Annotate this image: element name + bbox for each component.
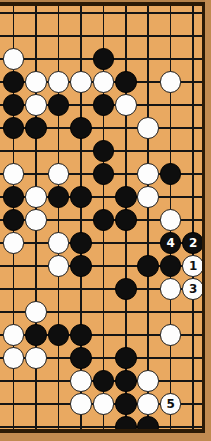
stone-white: [3, 324, 25, 346]
stone-black: [115, 186, 137, 208]
stone-black: [115, 393, 137, 415]
stone-black: [3, 209, 25, 231]
stone-black: [93, 209, 115, 231]
stone-black: [93, 48, 115, 70]
stone-white: [137, 370, 159, 392]
stone-black: [48, 94, 70, 116]
stone-white: [137, 393, 159, 415]
board-edge-bottom-wood: [0, 433, 205, 441]
stone-black: [115, 347, 137, 369]
stone-white: [70, 71, 92, 93]
stone-white: [3, 347, 25, 369]
stone-black: [115, 209, 137, 231]
stone-black: [3, 71, 25, 93]
stone-black: [160, 163, 182, 185]
board-edge-top: [0, 2, 211, 6]
stone-black: [93, 94, 115, 116]
stone-black: [93, 140, 115, 162]
stone-white: [25, 94, 47, 116]
grid-line-v: [192, 5, 194, 430]
stone-black: [25, 117, 47, 139]
stone-black: [48, 324, 70, 346]
stone-black: [93, 370, 115, 392]
stone-white: [25, 186, 47, 208]
stone-white: [48, 163, 70, 185]
stone-white: [160, 209, 182, 231]
stone-black: [115, 370, 137, 392]
stone-white: [48, 71, 70, 93]
stone-white: [3, 48, 25, 70]
stone-black: [3, 186, 25, 208]
stone-black: [93, 163, 115, 185]
stone-black: [3, 94, 25, 116]
stone-white: [70, 393, 92, 415]
stone-white: [115, 94, 137, 116]
stone-white: [25, 347, 47, 369]
stone-white: [25, 71, 47, 93]
stone-black: [115, 71, 137, 93]
stone-white: [3, 232, 25, 254]
stone-white: [137, 186, 159, 208]
stone-white: [48, 232, 70, 254]
stone-white: [25, 301, 47, 323]
stone-black: [70, 255, 92, 277]
stone-white: [160, 324, 182, 346]
move-4-stone: 4: [160, 232, 182, 254]
move-5-stone: 5: [160, 393, 182, 415]
stone-black: [115, 278, 137, 300]
stone-black: [70, 324, 92, 346]
stone-black: [70, 186, 92, 208]
stone-black: [25, 324, 47, 346]
board-edge-right-wood: [205, 0, 211, 441]
stone-black: [137, 255, 159, 277]
stone-black: [3, 117, 25, 139]
stone-white: [93, 71, 115, 93]
stone-black: [160, 255, 182, 277]
stone-white: [137, 117, 159, 139]
stone-white: [160, 278, 182, 300]
stone-black: [70, 232, 92, 254]
stone-white: [93, 393, 115, 415]
stone-black: [70, 117, 92, 139]
stone-white: [70, 370, 92, 392]
stone-white: [48, 255, 70, 277]
stone-white: [160, 71, 182, 93]
stone-white: [3, 163, 25, 185]
grid-line-v: [58, 5, 60, 430]
stone-black: [48, 186, 70, 208]
go-board: 42135: [0, 0, 211, 441]
stone-white: [137, 163, 159, 185]
grid-line-v: [147, 5, 149, 430]
stone-white: [25, 209, 47, 231]
go-diagram: 42135: [0, 0, 211, 441]
stone-black: [70, 347, 92, 369]
